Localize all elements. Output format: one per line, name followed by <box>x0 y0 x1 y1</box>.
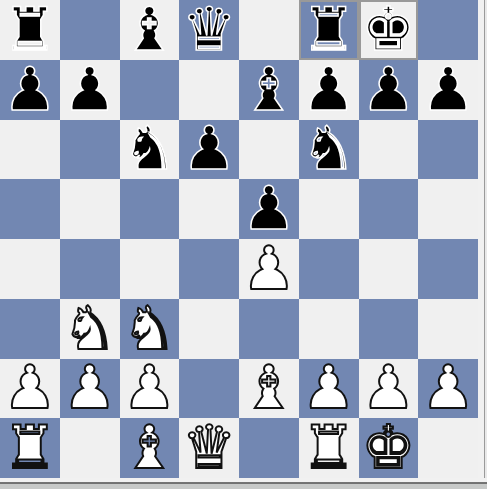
square-g8[interactable]: ♚ <box>359 0 419 60</box>
piece-white-pawn[interactable]: ♟ <box>122 359 176 418</box>
square-f8[interactable]: ♜ <box>299 0 359 60</box>
square-c7[interactable] <box>120 60 180 120</box>
piece-white-pawn[interactable]: ♟ <box>63 359 117 418</box>
square-f5[interactable] <box>299 179 359 239</box>
square-e8[interactable] <box>239 0 299 60</box>
square-e7[interactable]: ♝ <box>239 60 299 120</box>
square-b4[interactable] <box>60 239 120 299</box>
square-g2[interactable]: ♟ <box>359 359 419 419</box>
square-c6[interactable]: ♞ <box>120 120 180 180</box>
square-b7[interactable]: ♟ <box>60 60 120 120</box>
piece-black-pawn[interactable]: ♟ <box>3 60 57 119</box>
square-a5[interactable] <box>0 179 60 239</box>
piece-white-pawn[interactable]: ♟ <box>421 359 475 418</box>
piece-black-rook[interactable]: ♜ <box>3 0 57 59</box>
piece-white-pawn[interactable]: ♟ <box>242 239 296 298</box>
piece-black-pawn[interactable]: ♟ <box>302 60 356 119</box>
piece-black-pawn[interactable]: ♟ <box>361 60 415 119</box>
piece-white-king[interactable]: ♚ <box>361 418 415 477</box>
square-e6[interactable] <box>239 120 299 180</box>
square-c1[interactable]: ♝ <box>120 418 180 478</box>
square-a6[interactable] <box>0 120 60 180</box>
square-f2[interactable]: ♟ <box>299 359 359 419</box>
square-c3[interactable]: ♞ <box>120 299 180 359</box>
piece-white-pawn[interactable]: ♟ <box>302 359 356 418</box>
piece-black-king[interactable]: ♚ <box>361 0 415 59</box>
square-d7[interactable] <box>179 60 239 120</box>
square-e5[interactable]: ♟ <box>239 179 299 239</box>
piece-white-knight[interactable]: ♞ <box>122 299 176 358</box>
square-f4[interactable] <box>299 239 359 299</box>
square-g1[interactable]: ♚ <box>359 418 419 478</box>
square-h4[interactable] <box>418 239 478 299</box>
square-h3[interactable] <box>418 299 478 359</box>
piece-black-pawn[interactable]: ♟ <box>242 179 296 238</box>
square-g7[interactable]: ♟ <box>359 60 419 120</box>
viewport-edge-bottom <box>0 478 487 489</box>
square-e2[interactable]: ♝ <box>239 359 299 419</box>
square-e1[interactable] <box>239 418 299 478</box>
page: ♜♝♛♜♚♟♟♝♟♟♟♞♟♞♟♟♞♞♟♟♟♝♟♟♟♜♝♛♜♚ <box>0 0 487 489</box>
square-a1[interactable]: ♜ <box>0 418 60 478</box>
square-f6[interactable]: ♞ <box>299 120 359 180</box>
piece-white-bishop[interactable]: ♝ <box>242 359 296 418</box>
piece-white-pawn[interactable]: ♟ <box>3 359 57 418</box>
piece-black-pawn[interactable]: ♟ <box>63 60 117 119</box>
square-a3[interactable] <box>0 299 60 359</box>
square-h6[interactable] <box>418 120 478 180</box>
chess-board: ♜♝♛♜♚♟♟♝♟♟♟♞♟♞♟♟♞♞♟♟♟♝♟♟♟♜♝♛♜♚ <box>0 0 478 478</box>
square-a7[interactable]: ♟ <box>0 60 60 120</box>
square-b5[interactable] <box>60 179 120 239</box>
square-d3[interactable] <box>179 299 239 359</box>
square-h2[interactable]: ♟ <box>418 359 478 419</box>
square-f1[interactable]: ♜ <box>299 418 359 478</box>
square-g6[interactable] <box>359 120 419 180</box>
piece-black-rook[interactable]: ♜ <box>302 0 356 59</box>
square-d4[interactable] <box>179 239 239 299</box>
square-d1[interactable]: ♛ <box>179 418 239 478</box>
square-f3[interactable] <box>299 299 359 359</box>
square-c4[interactable] <box>120 239 180 299</box>
square-b8[interactable] <box>60 0 120 60</box>
square-d2[interactable] <box>179 359 239 419</box>
piece-black-pawn[interactable]: ♟ <box>421 60 475 119</box>
square-g5[interactable] <box>359 179 419 239</box>
piece-white-knight[interactable]: ♞ <box>63 299 117 358</box>
square-d8[interactable]: ♛ <box>179 0 239 60</box>
piece-white-rook[interactable]: ♜ <box>302 418 356 477</box>
piece-white-pawn[interactable]: ♟ <box>361 359 415 418</box>
piece-white-queen[interactable]: ♛ <box>182 418 236 477</box>
viewport-edge-right <box>478 0 487 478</box>
piece-white-bishop[interactable]: ♝ <box>122 418 176 477</box>
square-g3[interactable] <box>359 299 419 359</box>
square-c8[interactable]: ♝ <box>120 0 180 60</box>
square-h1[interactable] <box>418 418 478 478</box>
square-f7[interactable]: ♟ <box>299 60 359 120</box>
square-e3[interactable] <box>239 299 299 359</box>
piece-black-bishop[interactable]: ♝ <box>122 0 176 59</box>
piece-black-queen[interactable]: ♛ <box>182 0 236 59</box>
piece-black-knight[interactable]: ♞ <box>302 120 356 179</box>
piece-black-bishop[interactable]: ♝ <box>242 60 296 119</box>
square-h8[interactable] <box>418 0 478 60</box>
square-b1[interactable] <box>60 418 120 478</box>
square-c2[interactable]: ♟ <box>120 359 180 419</box>
piece-white-rook[interactable]: ♜ <box>3 418 57 477</box>
piece-black-pawn[interactable]: ♟ <box>182 120 236 179</box>
square-c5[interactable] <box>120 179 180 239</box>
square-d5[interactable] <box>179 179 239 239</box>
square-a2[interactable]: ♟ <box>0 359 60 419</box>
square-b6[interactable] <box>60 120 120 180</box>
square-d6[interactable]: ♟ <box>179 120 239 180</box>
square-e4[interactable]: ♟ <box>239 239 299 299</box>
square-b3[interactable]: ♞ <box>60 299 120 359</box>
square-b2[interactable]: ♟ <box>60 359 120 419</box>
square-h7[interactable]: ♟ <box>418 60 478 120</box>
square-a8[interactable]: ♜ <box>0 0 60 60</box>
square-h5[interactable] <box>418 179 478 239</box>
square-a4[interactable] <box>0 239 60 299</box>
piece-black-knight[interactable]: ♞ <box>122 120 176 179</box>
square-g4[interactable] <box>359 239 419 299</box>
